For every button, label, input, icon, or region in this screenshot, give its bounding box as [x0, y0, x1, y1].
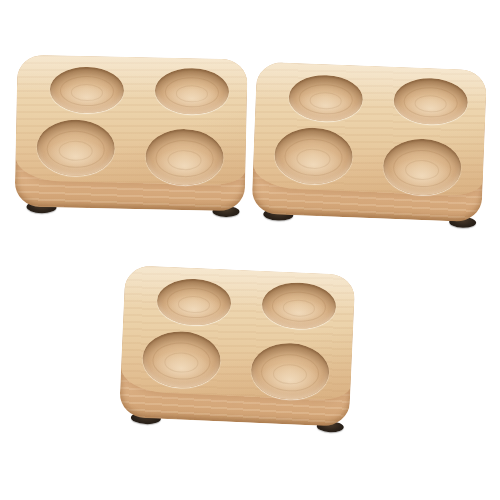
tray-top-face: [120, 265, 355, 401]
wooden-tray-top-right: [251, 62, 487, 231]
tray-slab: [15, 55, 248, 212]
product-photo-canvas: [0, 0, 500, 500]
hole-bottom-left: [274, 126, 354, 185]
hole-top-left: [156, 277, 232, 326]
hole-bottom-right: [382, 138, 462, 197]
hole-bottom-left: [36, 119, 115, 177]
hole-bottom-right: [250, 342, 330, 401]
wooden-tray-top-left: [14, 55, 247, 220]
hole-top-left: [49, 66, 124, 114]
tray-slab: [251, 62, 487, 223]
wooden-tray-bottom-center: [119, 265, 356, 435]
hole-top-left: [288, 74, 364, 123]
hole-top-right: [261, 281, 337, 330]
hole-bottom-right: [145, 128, 224, 186]
tray-slab: [119, 265, 355, 427]
hole-top-right: [393, 77, 469, 126]
tray-top-face: [252, 62, 487, 197]
tray-top-face: [15, 55, 248, 186]
hole-top-right: [154, 67, 229, 115]
hole-bottom-left: [141, 330, 221, 389]
